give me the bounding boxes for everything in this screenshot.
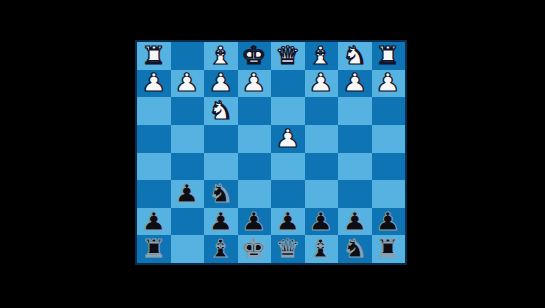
square-d4[interactable]: ♟ <box>271 125 305 153</box>
square-b1[interactable]: ♞ <box>338 42 372 70</box>
square-g4[interactable] <box>171 125 205 153</box>
square-c1[interactable]: ♝ <box>305 42 339 70</box>
square-h2[interactable]: ♟ <box>137 70 171 98</box>
piece-white-knight[interactable]: ♞ <box>342 43 367 68</box>
piece-white-pawn[interactable]: ♟ <box>175 71 200 96</box>
piece-white-pawn[interactable]: ♟ <box>242 71 267 96</box>
square-a1[interactable]: ♜ <box>372 42 406 70</box>
square-c2[interactable]: ♟ <box>305 70 339 98</box>
piece-black-king[interactable]: ♚ <box>242 237 267 262</box>
chess-board: ♜♝♚♛♝♞♜♟♟♟♟♟♟♟♞♟♟♞♟♟♟♟♟♟♟♜♝♚♛♝♞♜ <box>135 40 407 265</box>
piece-black-pawn[interactable]: ♟ <box>376 209 401 234</box>
piece-black-pawn[interactable]: ♟ <box>141 209 166 234</box>
piece-black-pawn[interactable]: ♟ <box>309 209 334 234</box>
square-e5[interactable] <box>238 153 272 181</box>
square-b3[interactable] <box>338 97 372 125</box>
square-f6[interactable]: ♞ <box>204 180 238 208</box>
square-g1[interactable] <box>171 42 205 70</box>
square-g8[interactable] <box>171 235 205 263</box>
piece-white-rook[interactable]: ♜ <box>141 43 166 68</box>
square-b6[interactable] <box>338 180 372 208</box>
square-d5[interactable] <box>271 153 305 181</box>
square-b7[interactable]: ♟ <box>338 208 372 236</box>
square-f5[interactable] <box>204 153 238 181</box>
square-b4[interactable] <box>338 125 372 153</box>
piece-black-bishop[interactable]: ♝ <box>208 237 233 262</box>
square-h5[interactable] <box>137 153 171 181</box>
piece-black-pawn[interactable]: ♟ <box>275 209 300 234</box>
square-d3[interactable] <box>271 97 305 125</box>
square-d7[interactable]: ♟ <box>271 208 305 236</box>
square-b2[interactable]: ♟ <box>338 70 372 98</box>
square-h6[interactable] <box>137 180 171 208</box>
piece-white-knight[interactable]: ♞ <box>208 99 233 124</box>
square-b8[interactable]: ♞ <box>338 235 372 263</box>
square-d8[interactable]: ♛ <box>271 235 305 263</box>
piece-white-pawn[interactable]: ♟ <box>275 126 300 151</box>
piece-white-pawn[interactable]: ♟ <box>376 71 401 96</box>
square-c6[interactable] <box>305 180 339 208</box>
square-h4[interactable] <box>137 125 171 153</box>
square-f4[interactable] <box>204 125 238 153</box>
square-h8[interactable]: ♜ <box>137 235 171 263</box>
square-d2[interactable] <box>271 70 305 98</box>
square-a5[interactable] <box>372 153 406 181</box>
piece-black-queen[interactable]: ♛ <box>275 237 300 262</box>
square-f1[interactable]: ♝ <box>204 42 238 70</box>
square-c8[interactable]: ♝ <box>305 235 339 263</box>
square-c4[interactable] <box>305 125 339 153</box>
piece-white-pawn[interactable]: ♟ <box>141 71 166 96</box>
square-f7[interactable]: ♟ <box>204 208 238 236</box>
square-e8[interactable]: ♚ <box>238 235 272 263</box>
piece-white-king[interactable]: ♚ <box>242 43 267 68</box>
piece-black-rook[interactable]: ♜ <box>376 237 401 262</box>
piece-white-queen[interactable]: ♛ <box>275 43 300 68</box>
square-f2[interactable]: ♟ <box>204 70 238 98</box>
square-h7[interactable]: ♟ <box>137 208 171 236</box>
video-frame: ♜♝♚♛♝♞♜♟♟♟♟♟♟♟♞♟♟♞♟♟♟♟♟♟♟♜♝♚♛♝♞♜ <box>0 0 545 308</box>
piece-white-bishop[interactable]: ♝ <box>208 43 233 68</box>
piece-black-pawn[interactable]: ♟ <box>342 209 367 234</box>
piece-white-rook[interactable]: ♜ <box>376 43 401 68</box>
square-a3[interactable] <box>372 97 406 125</box>
piece-black-pawn[interactable]: ♟ <box>175 181 200 206</box>
square-a7[interactable]: ♟ <box>372 208 406 236</box>
piece-black-pawn[interactable]: ♟ <box>208 209 233 234</box>
piece-black-pawn[interactable]: ♟ <box>242 209 267 234</box>
square-a8[interactable]: ♜ <box>372 235 406 263</box>
square-g7[interactable] <box>171 208 205 236</box>
square-c3[interactable] <box>305 97 339 125</box>
square-h3[interactable] <box>137 97 171 125</box>
piece-black-knight[interactable]: ♞ <box>342 237 367 262</box>
piece-white-pawn[interactable]: ♟ <box>208 71 233 96</box>
square-a6[interactable] <box>372 180 406 208</box>
square-d1[interactable]: ♛ <box>271 42 305 70</box>
square-g3[interactable] <box>171 97 205 125</box>
square-f8[interactable]: ♝ <box>204 235 238 263</box>
square-d6[interactable] <box>271 180 305 208</box>
square-e4[interactable] <box>238 125 272 153</box>
square-h1[interactable]: ♜ <box>137 42 171 70</box>
square-e2[interactable]: ♟ <box>238 70 272 98</box>
square-c5[interactable] <box>305 153 339 181</box>
square-a2[interactable]: ♟ <box>372 70 406 98</box>
square-e1[interactable]: ♚ <box>238 42 272 70</box>
square-g6[interactable]: ♟ <box>171 180 205 208</box>
square-b5[interactable] <box>338 153 372 181</box>
square-a4[interactable] <box>372 125 406 153</box>
square-e6[interactable] <box>238 180 272 208</box>
piece-white-pawn[interactable]: ♟ <box>342 71 367 96</box>
square-e3[interactable] <box>238 97 272 125</box>
square-g2[interactable]: ♟ <box>171 70 205 98</box>
square-g5[interactable] <box>171 153 205 181</box>
square-f3[interactable]: ♞ <box>204 97 238 125</box>
piece-black-rook[interactable]: ♜ <box>141 237 166 262</box>
piece-white-bishop[interactable]: ♝ <box>309 43 334 68</box>
piece-black-knight[interactable]: ♞ <box>208 181 233 206</box>
piece-black-bishop[interactable]: ♝ <box>309 237 334 262</box>
piece-white-pawn[interactable]: ♟ <box>309 71 334 96</box>
square-e7[interactable]: ♟ <box>238 208 272 236</box>
square-c7[interactable]: ♟ <box>305 208 339 236</box>
